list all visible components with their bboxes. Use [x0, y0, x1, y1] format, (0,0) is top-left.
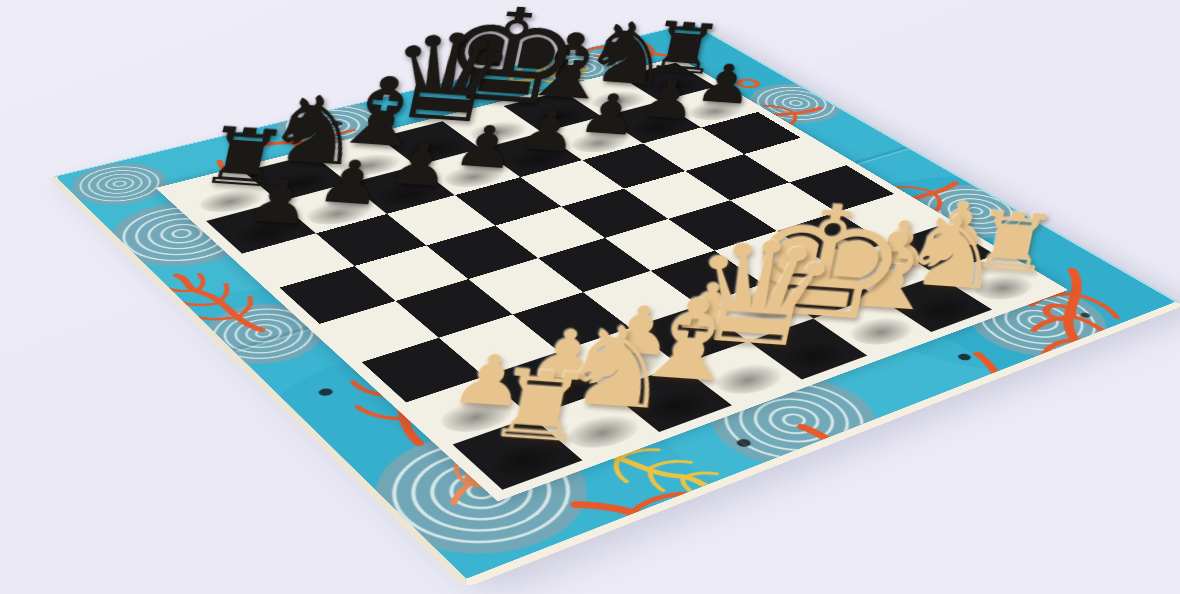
piece-black-pawn-b7[interactable]: ♟: [313, 152, 389, 212]
piece-white-rook-a1[interactable]: ♜: [480, 359, 600, 455]
piece-black-pawn-g7[interactable]: ♟: [634, 72, 703, 127]
piece-black-pawn-a7[interactable]: ♟: [240, 171, 317, 232]
chess-board: ♜♞♝♛♚♝♞♜♟♟♟♟♟♟♟♟♟♟♟♟♟♟♟♟♜♞♝♛♚♝♞♜: [48, 22, 1180, 588]
photo-backdrop: ♜♞♝♛♚♝♞♜♟♟♟♟♟♟♟♟♟♟♟♟♟♟♟♟♜♞♝♛♚♝♞♜: [0, 0, 1180, 594]
piece-black-pawn-f7[interactable]: ♟: [575, 86, 645, 142]
piece-black-pawn-c7[interactable]: ♟: [382, 135, 456, 194]
piece-black-pawn-e7[interactable]: ♟: [513, 102, 584, 159]
piece-black-pawn-d7[interactable]: ♟: [449, 118, 522, 176]
piece-black-pawn-h7[interactable]: ♟: [692, 57, 759, 111]
